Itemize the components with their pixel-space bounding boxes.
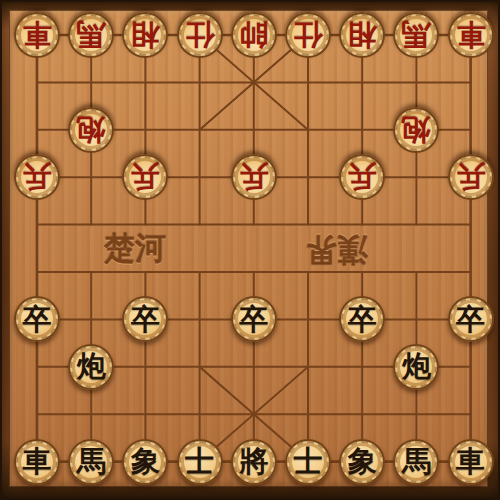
piece-red-advisor[interactable]: 仕 — [285, 12, 331, 58]
piece-red-cannon[interactable]: 炮 — [68, 107, 114, 153]
piece-black-advisor[interactable]: 士 — [177, 439, 223, 485]
river-char: 楚河 — [104, 228, 166, 270]
xiangqi-app: 楚河 漢界 車馬相仕帥仕相馬車炮炮兵兵兵兵兵卒卒卒卒卒炮炮車馬象士將士象馬車 — [0, 0, 500, 500]
piece-black-horse[interactable]: 馬 — [393, 439, 439, 485]
piece-red-advisor[interactable]: 仕 — [177, 12, 223, 58]
river-label-han: 漢界 — [306, 228, 368, 270]
piece-black-soldier[interactable]: 卒 — [231, 296, 277, 342]
piece-black-soldier[interactable]: 卒 — [448, 296, 494, 342]
piece-black-elephant[interactable]: 象 — [339, 439, 385, 485]
piece-red-chariot[interactable]: 車 — [14, 12, 60, 58]
piece-black-advisor[interactable]: 士 — [285, 439, 331, 485]
piece-red-soldier[interactable]: 兵 — [448, 154, 494, 200]
piece-black-cannon[interactable]: 炮 — [68, 344, 114, 390]
piece-black-chariot[interactable]: 車 — [14, 439, 60, 485]
piece-black-horse[interactable]: 馬 — [68, 439, 114, 485]
piece-red-cannon[interactable]: 炮 — [393, 107, 439, 153]
piece-red-soldier[interactable]: 兵 — [231, 154, 277, 200]
piece-red-general[interactable]: 帥 — [231, 12, 277, 58]
piece-black-elephant[interactable]: 象 — [122, 439, 168, 485]
piece-red-horse[interactable]: 馬 — [68, 12, 114, 58]
piece-red-soldier[interactable]: 兵 — [14, 154, 60, 200]
river-char: 漢界 — [306, 228, 368, 270]
piece-red-chariot[interactable]: 車 — [448, 12, 494, 58]
piece-red-elephant[interactable]: 相 — [339, 12, 385, 58]
river-label-chu: 楚河 — [104, 228, 166, 270]
board-grid — [0, 0, 500, 500]
piece-black-chariot[interactable]: 車 — [448, 439, 494, 485]
piece-black-cannon[interactable]: 炮 — [393, 344, 439, 390]
piece-black-general[interactable]: 將 — [231, 439, 277, 485]
